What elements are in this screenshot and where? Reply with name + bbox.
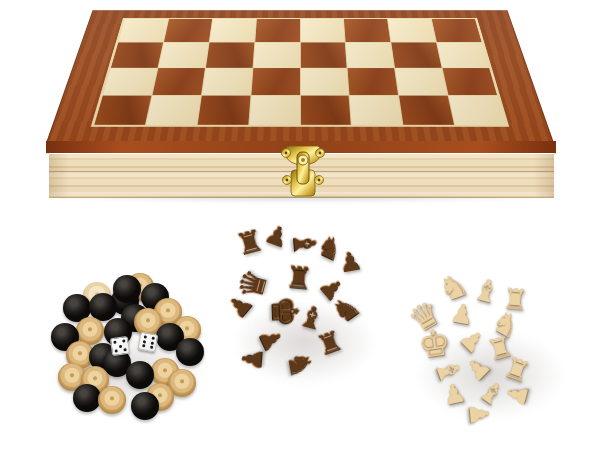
- board-square: [197, 95, 250, 124]
- board-square: [209, 19, 255, 42]
- board-square: [164, 19, 212, 42]
- die-pip: [150, 341, 153, 344]
- board-square: [395, 68, 447, 95]
- chess-piece-dark: ♞: [282, 349, 316, 381]
- board-square: [300, 43, 346, 68]
- checker-disc: [131, 392, 159, 420]
- chess-piece-dark: ♟: [238, 347, 266, 372]
- board-square: [146, 95, 201, 124]
- checker-disc: [98, 386, 126, 414]
- board-square: [94, 95, 151, 124]
- board-square: [350, 95, 403, 124]
- board-square: [158, 43, 208, 68]
- board-square: [118, 19, 168, 42]
- checker-disc: [113, 275, 141, 303]
- die-pip: [113, 340, 116, 343]
- die-pip: [114, 349, 117, 352]
- board-square: [388, 19, 436, 42]
- board-square: [344, 19, 390, 42]
- die-pip: [122, 339, 125, 342]
- board-square: [432, 19, 482, 42]
- board-square: [103, 68, 157, 95]
- board-square: [111, 43, 163, 68]
- board-square: [437, 43, 489, 68]
- board-square: [255, 19, 300, 42]
- board-square: [300, 19, 345, 42]
- brass-clasp: [281, 144, 325, 198]
- chess-piece-dark: ♟: [336, 247, 363, 277]
- die-pip: [123, 348, 126, 351]
- checker-disc: [126, 361, 154, 389]
- board-square: [399, 95, 454, 124]
- die: [110, 336, 130, 356]
- chess-piece-light: ♟: [465, 402, 493, 427]
- board-square: [449, 95, 506, 124]
- board-square: [253, 43, 299, 68]
- die-pip: [143, 335, 146, 338]
- die-pip: [118, 344, 121, 347]
- die-pip: [142, 340, 145, 343]
- board-square: [251, 68, 299, 95]
- board-square: [206, 43, 254, 68]
- board-square: [443, 68, 497, 95]
- die: [138, 332, 159, 353]
- product-photo: ♜♟♝♞♟♛♜♟♚♞♟♝♟♜♞♟ ♞♝♜♛♟♞♚♟♜♝♟♜♟♝♟♟: [0, 0, 600, 450]
- die-pip: [141, 344, 144, 347]
- checker-disc: [73, 384, 101, 412]
- checker-disc: [176, 338, 204, 366]
- board-square: [152, 68, 204, 95]
- board-square: [346, 43, 394, 68]
- chess-box-lid: [46, 10, 554, 143]
- board-square: [392, 43, 442, 68]
- die-pip: [149, 346, 152, 349]
- board-square: [202, 68, 252, 95]
- board-square: [348, 68, 398, 95]
- board-square: [300, 95, 351, 124]
- die-pip: [151, 336, 154, 339]
- chess-piece-dark: ♜: [284, 262, 313, 294]
- board-square: [249, 95, 300, 124]
- board-square: [300, 68, 348, 95]
- checker-grid: [91, 18, 509, 127]
